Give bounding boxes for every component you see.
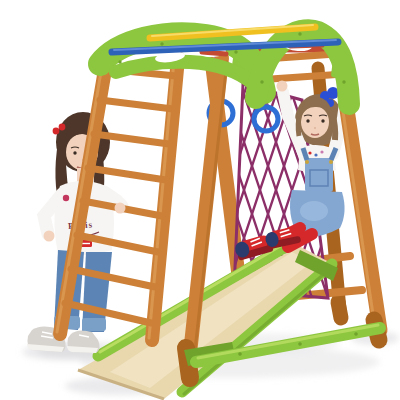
sneaker-back	[67, 330, 100, 353]
left-hand	[277, 81, 288, 92]
denim-wash	[300, 201, 328, 221]
face	[301, 106, 329, 138]
overall-bib	[305, 158, 333, 192]
ladder-rail-right	[152, 58, 178, 340]
play-structure-scene: Paris	[0, 0, 400, 400]
hair-strand-left	[298, 112, 300, 136]
hand-on-hip	[44, 231, 55, 242]
rose-patch	[63, 195, 69, 201]
girl-standing-grip-hand	[115, 203, 126, 214]
photo-canvas: Paris	[0, 0, 400, 400]
back-right-foot	[338, 302, 341, 318]
front-right-leg	[341, 96, 380, 340]
hair-strand-right	[332, 112, 335, 140]
jeans-cuff-right	[82, 318, 106, 331]
